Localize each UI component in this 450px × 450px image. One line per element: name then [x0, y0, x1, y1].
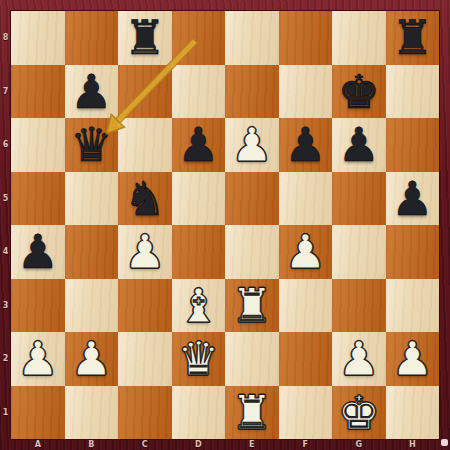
square-e5[interactable]	[225, 172, 279, 226]
square-b2[interactable]: ♟	[65, 332, 119, 386]
square-h7[interactable]	[386, 65, 440, 119]
piece-white-queen-d2[interactable]: ♛	[172, 332, 226, 386]
square-f6[interactable]: ♟	[279, 118, 333, 172]
piece-white-bishop-d3[interactable]: ♝	[172, 279, 226, 333]
file-label-h: H	[386, 439, 440, 450]
square-h2[interactable]: ♟	[386, 332, 440, 386]
square-c4[interactable]: ♟	[118, 225, 172, 279]
file-label-f: F	[279, 439, 333, 450]
square-c1[interactable]	[118, 386, 172, 440]
square-d4[interactable]	[172, 225, 226, 279]
square-b3[interactable]	[65, 279, 119, 333]
square-e3[interactable]: ♜	[225, 279, 279, 333]
square-h4[interactable]	[386, 225, 440, 279]
square-b8[interactable]	[65, 11, 119, 65]
piece-white-rook-e1[interactable]: ♜	[225, 386, 279, 440]
square-b1[interactable]	[65, 386, 119, 440]
square-d2[interactable]: ♛	[172, 332, 226, 386]
square-f5[interactable]	[279, 172, 333, 226]
square-f4[interactable]: ♟	[279, 225, 333, 279]
piece-white-pawn-h2[interactable]: ♟	[386, 332, 440, 386]
square-a4[interactable]: ♟	[11, 225, 65, 279]
square-g8[interactable]	[332, 11, 386, 65]
file-label-c: C	[118, 439, 172, 450]
file-label-a: A	[11, 439, 65, 450]
square-e1[interactable]: ♜	[225, 386, 279, 440]
square-g6[interactable]: ♟	[332, 118, 386, 172]
square-c8[interactable]: ♜	[118, 11, 172, 65]
square-a8[interactable]	[11, 11, 65, 65]
square-h5[interactable]: ♟	[386, 172, 440, 226]
square-f7[interactable]	[279, 65, 333, 119]
square-d7[interactable]	[172, 65, 226, 119]
square-a6[interactable]	[11, 118, 65, 172]
square-e4[interactable]	[225, 225, 279, 279]
square-a7[interactable]	[11, 65, 65, 119]
file-label-g: G	[332, 439, 386, 450]
square-f3[interactable]	[279, 279, 333, 333]
rank-label-7: 7	[0, 65, 11, 119]
piece-white-rook-e3[interactable]: ♜	[225, 279, 279, 333]
square-f2[interactable]	[279, 332, 333, 386]
rank-label-4: 4	[0, 225, 11, 279]
square-e8[interactable]	[225, 11, 279, 65]
square-d8[interactable]	[172, 11, 226, 65]
square-h8[interactable]: ♜	[386, 11, 440, 65]
square-c2[interactable]	[118, 332, 172, 386]
piece-white-pawn-a2[interactable]: ♟	[11, 332, 65, 386]
square-f1[interactable]	[279, 386, 333, 440]
square-c7[interactable]	[118, 65, 172, 119]
square-h3[interactable]	[386, 279, 440, 333]
square-g5[interactable]	[332, 172, 386, 226]
piece-black-pawn-b7[interactable]: ♟	[65, 65, 119, 119]
square-d3[interactable]: ♝	[172, 279, 226, 333]
square-h1[interactable]	[386, 386, 440, 440]
square-d1[interactable]	[172, 386, 226, 440]
piece-black-pawn-a4[interactable]: ♟	[11, 225, 65, 279]
piece-black-knight-c5[interactable]: ♞	[118, 172, 172, 226]
piece-black-rook-c8[interactable]: ♜	[118, 11, 172, 65]
piece-white-pawn-e6[interactable]: ♟	[225, 118, 279, 172]
piece-white-pawn-c4[interactable]: ♟	[118, 225, 172, 279]
square-e6[interactable]: ♟	[225, 118, 279, 172]
square-b6[interactable]: ♛	[65, 118, 119, 172]
piece-black-pawn-f6[interactable]: ♟	[279, 118, 333, 172]
square-e2[interactable]	[225, 332, 279, 386]
square-g1[interactable]: ♚	[332, 386, 386, 440]
square-a2[interactable]: ♟	[11, 332, 65, 386]
file-label-d: D	[172, 439, 226, 450]
square-g4[interactable]	[332, 225, 386, 279]
square-c6[interactable]	[118, 118, 172, 172]
piece-white-king-g1[interactable]: ♚	[332, 386, 386, 440]
square-g3[interactable]	[332, 279, 386, 333]
square-a5[interactable]	[11, 172, 65, 226]
square-b4[interactable]	[65, 225, 119, 279]
square-a3[interactable]	[11, 279, 65, 333]
square-b7[interactable]: ♟	[65, 65, 119, 119]
piece-black-queen-b6[interactable]: ♛	[65, 118, 119, 172]
chess-board-window: ♜♜♟♚♛♟♟♟♟♞♟♟♟♟♝♜♟♟♛♟♟♜♚ 87654321 ABCDEFG…	[0, 0, 450, 450]
square-a1[interactable]	[11, 386, 65, 440]
square-c5[interactable]: ♞	[118, 172, 172, 226]
square-g7[interactable]: ♚	[332, 65, 386, 119]
piece-black-king-g7[interactable]: ♚	[332, 65, 386, 119]
file-label-e: E	[225, 439, 279, 450]
rank-label-3: 3	[0, 279, 11, 333]
square-f8[interactable]	[279, 11, 333, 65]
piece-white-pawn-f4[interactable]: ♟	[279, 225, 333, 279]
piece-black-pawn-g6[interactable]: ♟	[332, 118, 386, 172]
piece-black-pawn-h5[interactable]: ♟	[386, 172, 440, 226]
piece-white-pawn-b2[interactable]: ♟	[65, 332, 119, 386]
file-label-b: B	[65, 439, 119, 450]
white-to-move-indicator	[441, 439, 448, 446]
rank-label-6: 6	[0, 118, 11, 172]
square-g2[interactable]: ♟	[332, 332, 386, 386]
piece-black-rook-h8[interactable]: ♜	[386, 11, 440, 65]
square-c3[interactable]	[118, 279, 172, 333]
piece-white-pawn-g2[interactable]: ♟	[332, 332, 386, 386]
rank-label-2: 2	[0, 332, 11, 386]
rank-label-1: 1	[0, 386, 11, 440]
piece-black-pawn-d6[interactable]: ♟	[172, 118, 226, 172]
rank-label-8: 8	[0, 11, 11, 65]
rank-label-5: 5	[0, 172, 11, 226]
chess-board[interactable]: ♜♜♟♚♛♟♟♟♟♞♟♟♟♟♝♜♟♟♛♟♟♜♚	[11, 11, 439, 439]
square-e7[interactable]	[225, 65, 279, 119]
square-d5[interactable]	[172, 172, 226, 226]
square-h6[interactable]	[386, 118, 440, 172]
square-d6[interactable]: ♟	[172, 118, 226, 172]
square-b5[interactable]	[65, 172, 119, 226]
